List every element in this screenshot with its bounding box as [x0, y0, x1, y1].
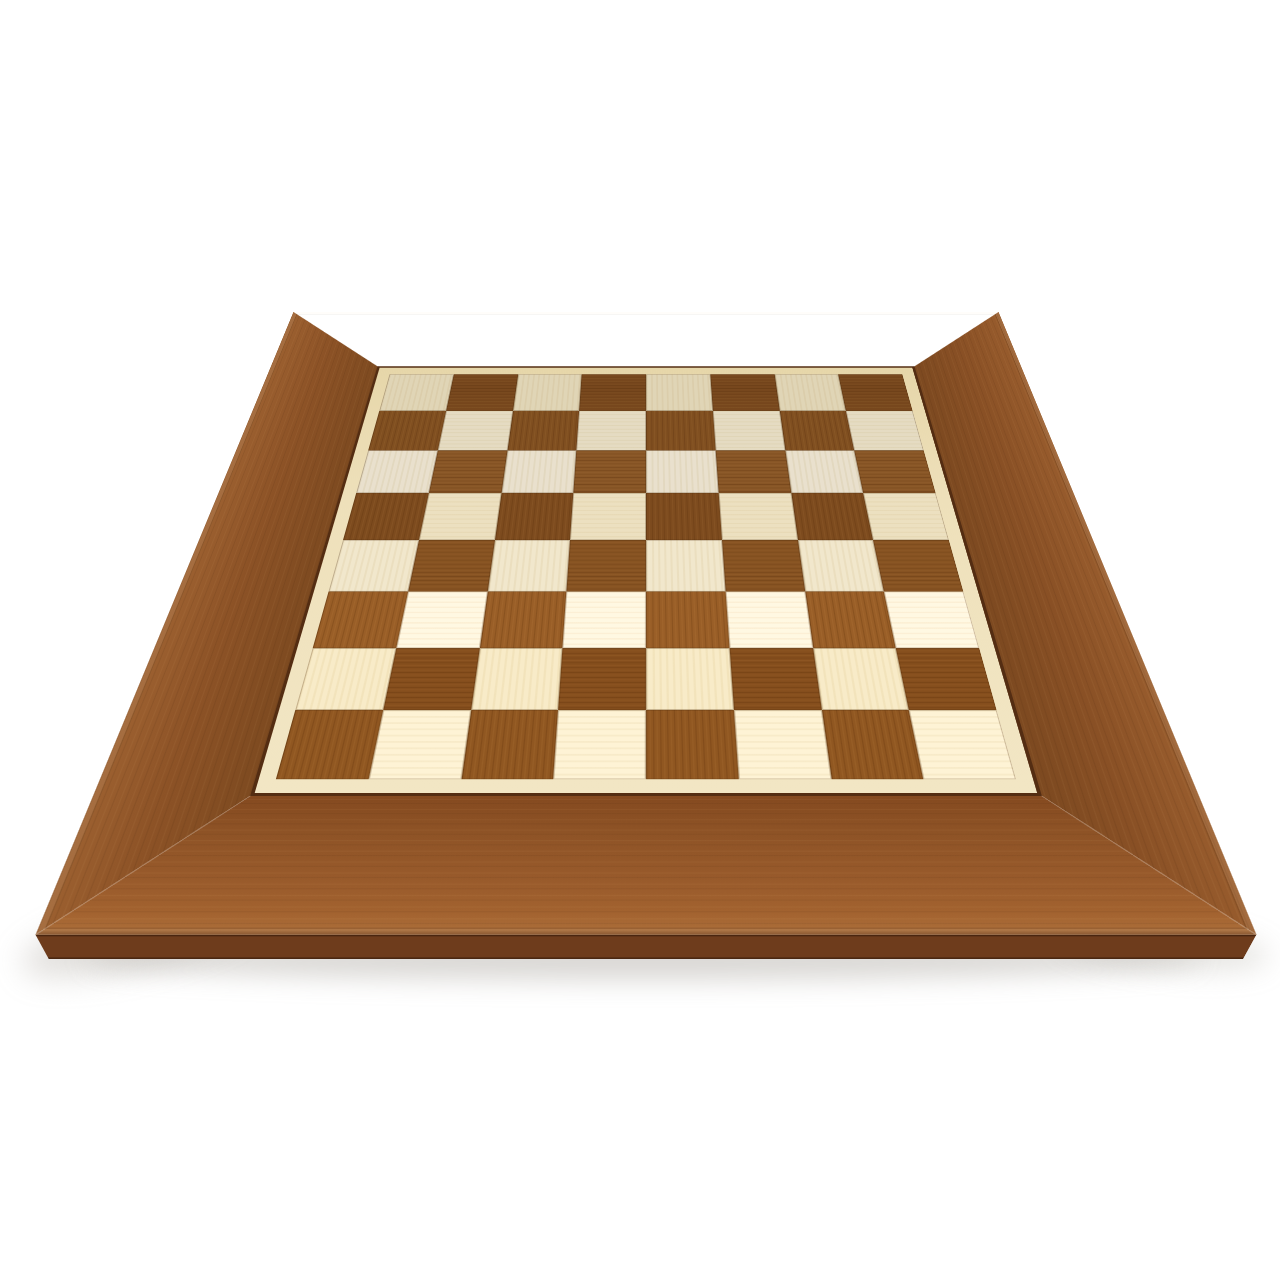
square-b3[interactable] — [396, 591, 487, 647]
square-d8[interactable] — [579, 374, 646, 410]
board-squares — [276, 374, 1016, 779]
square-c4[interactable] — [487, 540, 570, 591]
square-g6[interactable] — [785, 450, 863, 493]
photo-background — [0, 0, 1280, 1280]
square-g3[interactable] — [805, 591, 896, 647]
square-c5[interactable] — [495, 493, 574, 540]
square-e8[interactable] — [646, 374, 713, 410]
square-c6[interactable] — [501, 450, 576, 493]
board-frame-top — [270, 312, 1021, 368]
square-h5[interactable] — [863, 493, 949, 540]
square-g4[interactable] — [798, 540, 885, 591]
square-f3[interactable] — [725, 591, 812, 647]
square-g7[interactable] — [779, 411, 854, 451]
square-h6[interactable] — [854, 450, 936, 493]
square-d2[interactable] — [558, 648, 646, 710]
square-d1[interactable] — [553, 710, 646, 779]
square-g1[interactable] — [821, 710, 923, 779]
square-f7[interactable] — [713, 411, 785, 451]
square-e5[interactable] — [646, 493, 722, 540]
square-a5[interactable] — [343, 493, 429, 540]
square-b8[interactable] — [446, 374, 518, 410]
square-e1[interactable] — [646, 710, 739, 779]
square-b4[interactable] — [408, 540, 495, 591]
square-b7[interactable] — [438, 411, 513, 451]
square-f2[interactable] — [729, 648, 821, 710]
square-g2[interactable] — [813, 648, 909, 710]
square-a8[interactable] — [379, 374, 453, 410]
square-f1[interactable] — [734, 710, 831, 779]
square-e3[interactable] — [646, 591, 729, 647]
square-a7[interactable] — [368, 411, 446, 451]
square-c8[interactable] — [513, 374, 582, 410]
square-g8[interactable] — [774, 374, 846, 410]
square-c3[interactable] — [479, 591, 566, 647]
square-e2[interactable] — [646, 648, 734, 710]
square-h8[interactable] — [838, 374, 912, 410]
square-f8[interactable] — [710, 374, 779, 410]
square-h2[interactable] — [896, 648, 997, 710]
square-d3[interactable] — [563, 591, 646, 647]
square-d5[interactable] — [570, 493, 646, 540]
square-e4[interactable] — [646, 540, 725, 591]
square-d7[interactable] — [577, 411, 646, 451]
square-b6[interactable] — [429, 450, 507, 493]
square-c2[interactable] — [471, 648, 563, 710]
square-a3[interactable] — [313, 591, 408, 647]
square-d6[interactable] — [574, 450, 646, 493]
square-d4[interactable] — [567, 540, 646, 591]
square-f5[interactable] — [718, 493, 797, 540]
square-e6[interactable] — [646, 450, 718, 493]
square-a1[interactable] — [276, 710, 383, 779]
square-b1[interactable] — [368, 710, 470, 779]
square-f4[interactable] — [722, 540, 805, 591]
square-b2[interactable] — [383, 648, 479, 710]
board-side-edge — [36, 935, 1257, 959]
square-g5[interactable] — [791, 493, 873, 540]
chess-board — [36, 312, 1257, 935]
square-e7[interactable] — [646, 411, 715, 451]
square-c1[interactable] — [461, 710, 558, 779]
square-a2[interactable] — [295, 648, 396, 710]
square-h4[interactable] — [873, 540, 963, 591]
square-f6[interactable] — [715, 450, 790, 493]
square-a4[interactable] — [329, 540, 419, 591]
square-h7[interactable] — [846, 411, 924, 451]
square-a6[interactable] — [356, 450, 438, 493]
square-c7[interactable] — [507, 411, 579, 451]
square-b5[interactable] — [419, 493, 501, 540]
square-h3[interactable] — [884, 591, 979, 647]
